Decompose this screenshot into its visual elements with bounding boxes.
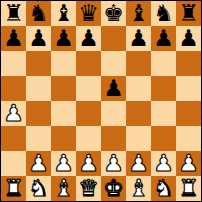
piece-white-pawn[interactable]: ♟ xyxy=(178,151,199,176)
square-g4[interactable] xyxy=(151,101,176,126)
square-h2[interactable]: ♟ xyxy=(176,151,201,176)
piece-white-pawn[interactable]: ♟ xyxy=(3,101,24,126)
square-f4[interactable] xyxy=(126,101,151,126)
square-c4[interactable] xyxy=(51,101,76,126)
square-a2[interactable] xyxy=(1,151,26,176)
square-d7[interactable]: ♟ xyxy=(76,26,101,51)
square-e5[interactable]: ♟ xyxy=(101,76,126,101)
square-h7[interactable]: ♟ xyxy=(176,26,201,51)
piece-white-pawn[interactable]: ♟ xyxy=(103,151,124,176)
square-e4[interactable] xyxy=(101,101,126,126)
square-b6[interactable] xyxy=(26,51,51,76)
piece-white-knight[interactable]: ♞ xyxy=(153,176,174,201)
square-d2[interactable]: ♟ xyxy=(76,151,101,176)
piece-white-bishop[interactable]: ♝ xyxy=(128,176,149,201)
square-f6[interactable] xyxy=(126,51,151,76)
square-a3[interactable] xyxy=(1,126,26,151)
square-c6[interactable] xyxy=(51,51,76,76)
square-d6[interactable] xyxy=(76,51,101,76)
square-e8[interactable]: ♚ xyxy=(101,1,126,26)
piece-white-pawn[interactable]: ♟ xyxy=(28,151,49,176)
square-h4[interactable] xyxy=(176,101,201,126)
piece-white-knight[interactable]: ♞ xyxy=(28,176,49,201)
chess-board: ♜♞♝♛♚♝♞♜♟♟♟♟♟♟♟♟♟♟♟♟♟♟♟♟♜♞♝♛♚♝♞♜ xyxy=(1,1,201,201)
chess-board-frame: ♜♞♝♛♚♝♞♜♟♟♟♟♟♟♟♟♟♟♟♟♟♟♟♟♜♞♝♛♚♝♞♜ xyxy=(0,0,202,202)
piece-black-pawn[interactable]: ♟ xyxy=(178,26,199,51)
square-f1[interactable]: ♝ xyxy=(126,176,151,201)
piece-black-pawn[interactable]: ♟ xyxy=(28,26,49,51)
piece-black-king[interactable]: ♚ xyxy=(103,1,124,26)
piece-black-bishop[interactable]: ♝ xyxy=(53,1,74,26)
square-a5[interactable] xyxy=(1,76,26,101)
square-c7[interactable]: ♟ xyxy=(51,26,76,51)
piece-black-pawn[interactable]: ♟ xyxy=(103,76,124,101)
piece-white-pawn[interactable]: ♟ xyxy=(153,151,174,176)
square-a8[interactable]: ♜ xyxy=(1,1,26,26)
piece-black-pawn[interactable]: ♟ xyxy=(78,26,99,51)
square-a6[interactable] xyxy=(1,51,26,76)
square-b4[interactable] xyxy=(26,101,51,126)
piece-white-rook[interactable]: ♜ xyxy=(178,176,199,201)
piece-black-pawn[interactable]: ♟ xyxy=(53,26,74,51)
piece-black-rook[interactable]: ♜ xyxy=(178,1,199,26)
piece-white-king[interactable]: ♚ xyxy=(103,176,124,201)
piece-white-queen[interactable]: ♛ xyxy=(78,176,99,201)
square-b8[interactable]: ♞ xyxy=(26,1,51,26)
square-g5[interactable] xyxy=(151,76,176,101)
square-b1[interactable]: ♞ xyxy=(26,176,51,201)
piece-black-pawn[interactable]: ♟ xyxy=(128,26,149,51)
square-g1[interactable]: ♞ xyxy=(151,176,176,201)
square-e6[interactable] xyxy=(101,51,126,76)
piece-black-knight[interactable]: ♞ xyxy=(28,1,49,26)
square-e7[interactable] xyxy=(101,26,126,51)
square-d1[interactable]: ♛ xyxy=(76,176,101,201)
square-h6[interactable] xyxy=(176,51,201,76)
square-f7[interactable]: ♟ xyxy=(126,26,151,51)
square-c5[interactable] xyxy=(51,76,76,101)
square-f8[interactable]: ♝ xyxy=(126,1,151,26)
square-h1[interactable]: ♜ xyxy=(176,176,201,201)
square-f3[interactable] xyxy=(126,126,151,151)
square-d3[interactable] xyxy=(76,126,101,151)
piece-black-pawn[interactable]: ♟ xyxy=(153,26,174,51)
square-d4[interactable] xyxy=(76,101,101,126)
square-b5[interactable] xyxy=(26,76,51,101)
square-h5[interactable] xyxy=(176,76,201,101)
square-d5[interactable] xyxy=(76,76,101,101)
piece-black-pawn[interactable]: ♟ xyxy=(3,26,24,51)
square-h3[interactable] xyxy=(176,126,201,151)
square-f2[interactable]: ♟ xyxy=(126,151,151,176)
square-e3[interactable] xyxy=(101,126,126,151)
piece-black-queen[interactable]: ♛ xyxy=(78,1,99,26)
piece-white-rook[interactable]: ♜ xyxy=(3,176,24,201)
square-g3[interactable] xyxy=(151,126,176,151)
square-e1[interactable]: ♚ xyxy=(101,176,126,201)
square-c2[interactable]: ♟ xyxy=(51,151,76,176)
piece-black-bishop[interactable]: ♝ xyxy=(128,1,149,26)
piece-black-knight[interactable]: ♞ xyxy=(153,1,174,26)
square-b7[interactable]: ♟ xyxy=(26,26,51,51)
square-g6[interactable] xyxy=(151,51,176,76)
square-g7[interactable]: ♟ xyxy=(151,26,176,51)
square-b2[interactable]: ♟ xyxy=(26,151,51,176)
square-h8[interactable]: ♜ xyxy=(176,1,201,26)
square-f5[interactable] xyxy=(126,76,151,101)
square-c8[interactable]: ♝ xyxy=(51,1,76,26)
square-g2[interactable]: ♟ xyxy=(151,151,176,176)
square-a1[interactable]: ♜ xyxy=(1,176,26,201)
piece-white-bishop[interactable]: ♝ xyxy=(53,176,74,201)
square-b3[interactable] xyxy=(26,126,51,151)
square-c1[interactable]: ♝ xyxy=(51,176,76,201)
piece-black-rook[interactable]: ♜ xyxy=(3,1,24,26)
square-a4[interactable]: ♟ xyxy=(1,101,26,126)
square-g8[interactable]: ♞ xyxy=(151,1,176,26)
square-e2[interactable]: ♟ xyxy=(101,151,126,176)
piece-white-pawn[interactable]: ♟ xyxy=(53,151,74,176)
piece-white-pawn[interactable]: ♟ xyxy=(128,151,149,176)
piece-white-pawn[interactable]: ♟ xyxy=(78,151,99,176)
square-c3[interactable] xyxy=(51,126,76,151)
square-a7[interactable]: ♟ xyxy=(1,26,26,51)
square-d8[interactable]: ♛ xyxy=(76,1,101,26)
